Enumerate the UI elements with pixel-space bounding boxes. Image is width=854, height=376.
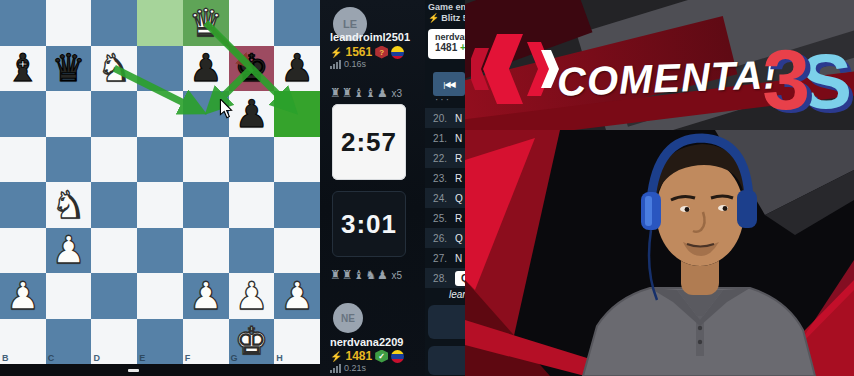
square-f2[interactable]: ♟ (183, 273, 229, 319)
square-g7[interactable]: ♚ (229, 46, 275, 92)
square-d2[interactable] (91, 273, 137, 319)
stream-frame: ♛♝♛♞♟♚♟♟♞♟♟♟♟♟BCDEFG♚H LE leandroiml2501… (0, 0, 854, 376)
move-san[interactable]: N (455, 113, 462, 124)
square-c1[interactable]: C (46, 319, 92, 365)
square-e1[interactable]: E (137, 319, 183, 365)
square-d5[interactable] (91, 137, 137, 183)
move-number: 20. (425, 113, 447, 124)
avatar: NE (333, 303, 363, 333)
move-san[interactable]: Q (455, 193, 463, 204)
comenta-title: COMENTA! (556, 52, 778, 105)
square-f5[interactable] (183, 137, 229, 183)
video-scrubber-handle[interactable] (128, 369, 139, 372)
player-name-top[interactable]: leandroiml2501 (330, 31, 410, 43)
square-b4[interactable] (0, 182, 46, 228)
3speak-logo: S 3 (757, 40, 852, 130)
square-h4[interactable] (274, 182, 320, 228)
clock-bottom: 3:01 (332, 191, 406, 257)
white-pawn-c3[interactable]: ♟ (52, 231, 86, 269)
video-progress-bar[interactable] (0, 364, 320, 376)
square-d4[interactable] (91, 182, 137, 228)
square-f4[interactable] (183, 182, 229, 228)
square-e8[interactable] (137, 0, 183, 46)
square-c4[interactable]: ♞ (46, 182, 92, 228)
verified-badge-icon: ✓ (375, 350, 388, 363)
move-number: 23. (425, 173, 447, 184)
white-knight-c4[interactable]: ♞ (52, 186, 86, 224)
square-f8[interactable]: ♛ (183, 0, 229, 46)
3speak-3-glyph: 3 (762, 36, 810, 122)
file-label-e: E (139, 353, 145, 363)
game-status-label: Game en (428, 2, 466, 12)
square-e3[interactable] (137, 228, 183, 274)
blitz-bolt-icon: ⚡ (330, 351, 342, 362)
hive-logo-icon (471, 34, 563, 104)
black-bishop-b7[interactable]: ♝ (6, 49, 40, 87)
go-to-first-move-button[interactable]: |◀◀ (433, 72, 465, 96)
venezuela-flag-icon (391, 350, 404, 363)
move-san[interactable]: R (455, 153, 462, 164)
square-c7[interactable]: ♛ (46, 46, 92, 92)
move-number: 24. (425, 193, 447, 204)
square-g1[interactable]: G♚ (229, 319, 275, 365)
square-c5[interactable] (46, 137, 92, 183)
file-label-d: D (93, 353, 100, 363)
square-h8[interactable] (274, 0, 320, 46)
file-label-f: F (185, 353, 191, 363)
brand-banner: COMENTA! S 3 (465, 0, 854, 130)
time-control-label: Blitz 5 (441, 13, 468, 23)
square-h2[interactable]: ♟ (274, 273, 320, 319)
captured-pieces-bottom: ♜♜♝♞♟ x5 (330, 268, 402, 282)
file-label-g: G (231, 353, 238, 363)
square-c2[interactable] (46, 273, 92, 319)
move-san[interactable]: N (455, 253, 462, 264)
latency-bottom: 0.21s (344, 363, 366, 373)
move-number: 25. (425, 213, 447, 224)
square-d3[interactable] (91, 228, 137, 274)
move-number: 26. (425, 233, 447, 244)
player-name-bottom[interactable]: nerdvana2209 (330, 336, 403, 348)
square-d7[interactable]: ♞ (91, 46, 137, 92)
black-king-g7[interactable]: ♚ (234, 49, 268, 87)
square-e5[interactable] (137, 137, 183, 183)
blitz-bolt-icon: ⚡ (330, 47, 342, 58)
white-pawn-h2[interactable]: ♟ (280, 277, 314, 315)
move-san[interactable]: Q (455, 233, 463, 244)
square-c6[interactable] (46, 91, 92, 137)
square-d1[interactable]: D (91, 319, 137, 365)
move-number: 27. (425, 253, 447, 264)
square-c8[interactable] (46, 0, 92, 46)
square-b2[interactable]: ♟ (0, 273, 46, 319)
square-h5[interactable] (274, 137, 320, 183)
square-g5[interactable] (229, 137, 275, 183)
square-g4[interactable] (229, 182, 275, 228)
square-d6[interactable] (91, 91, 137, 137)
square-b5[interactable] (0, 137, 46, 183)
square-h1[interactable]: H (274, 319, 320, 365)
white-pawn-b2[interactable]: ♟ (6, 277, 40, 315)
square-e4[interactable] (137, 182, 183, 228)
chess-board[interactable]: ♛♝♛♞♟♚♟♟♞♟♟♟♟♟BCDEFG♚H (0, 0, 320, 364)
colombia-flag-icon (391, 46, 404, 59)
white-pawn-g2[interactable]: ♟ (234, 277, 268, 315)
square-c3[interactable]: ♟ (46, 228, 92, 274)
file-label-c: C (48, 353, 55, 363)
move-number: 22. (425, 153, 447, 164)
square-e7[interactable] (137, 46, 183, 92)
square-e6[interactable] (137, 91, 183, 137)
white-pawn-f2[interactable]: ♟ (189, 277, 223, 315)
square-b8[interactable] (0, 0, 46, 46)
move-san[interactable]: R (455, 213, 462, 224)
square-b7[interactable]: ♝ (0, 46, 46, 92)
square-f7[interactable]: ♟ (183, 46, 229, 92)
file-label-h: H (276, 353, 283, 363)
square-b3[interactable] (0, 228, 46, 274)
square-g3[interactable] (229, 228, 275, 274)
captured-pieces-top: ♜♜♝♝♟ x3 (330, 86, 402, 100)
square-g6[interactable]: ♟ (229, 91, 275, 137)
black-pawn-f7[interactable]: ♟ (189, 49, 223, 87)
move-san[interactable]: N (455, 133, 462, 144)
white-queen-f8[interactable]: ♛ (189, 4, 223, 42)
white-king-g1[interactable]: ♚ (234, 322, 268, 360)
file-label-b: B (2, 353, 9, 363)
chess-board-pane: ♛♝♛♞♟♚♟♟♞♟♟♟♟♟BCDEFG♚H (0, 0, 320, 376)
square-e2[interactable] (137, 273, 183, 319)
square-b1[interactable]: B (0, 319, 46, 365)
result-rating: 1481 (435, 42, 457, 53)
signal-bars-icon (330, 364, 341, 373)
mouse-cursor (218, 99, 234, 119)
webcam-overlay: COMENTA! S 3 (465, 0, 854, 376)
players-panel: LE leandroiml2501 ⚡ 1561 ? 0.16s ♜♜♝♝♟ x… (320, 0, 425, 376)
white-knight-d7[interactable]: ♞ (97, 49, 131, 87)
move-number: 21. (425, 133, 447, 144)
move-san[interactable]: R (455, 173, 462, 184)
square-d8[interactable] (91, 0, 137, 46)
clock-top: 2:57 (332, 104, 406, 180)
square-h7[interactable]: ♟ (274, 46, 320, 92)
signal-bars-icon (330, 60, 341, 69)
provisional-badge-icon: ? (375, 46, 388, 59)
square-g2[interactable]: ♟ (229, 273, 275, 319)
black-queen-c7[interactable]: ♛ (52, 49, 86, 87)
square-f1[interactable]: F (183, 319, 229, 365)
webcam-video (465, 130, 854, 376)
square-g8[interactable] (229, 0, 275, 46)
move-number: 28. (425, 273, 447, 284)
blitz-bolt-icon: ⚡ (428, 13, 439, 23)
square-h6[interactable] (274, 91, 320, 137)
black-pawn-h7[interactable]: ♟ (280, 49, 314, 87)
moves-ellipsis: ··· (435, 94, 451, 105)
square-b6[interactable] (0, 91, 46, 137)
square-h3[interactable] (274, 228, 320, 274)
latency-top: 0.16s (344, 59, 366, 69)
square-f3[interactable] (183, 228, 229, 274)
rating-bottom: 1481 (345, 349, 372, 363)
black-pawn-g6[interactable]: ♟ (234, 95, 268, 133)
rating-top: 1561 (345, 45, 372, 59)
